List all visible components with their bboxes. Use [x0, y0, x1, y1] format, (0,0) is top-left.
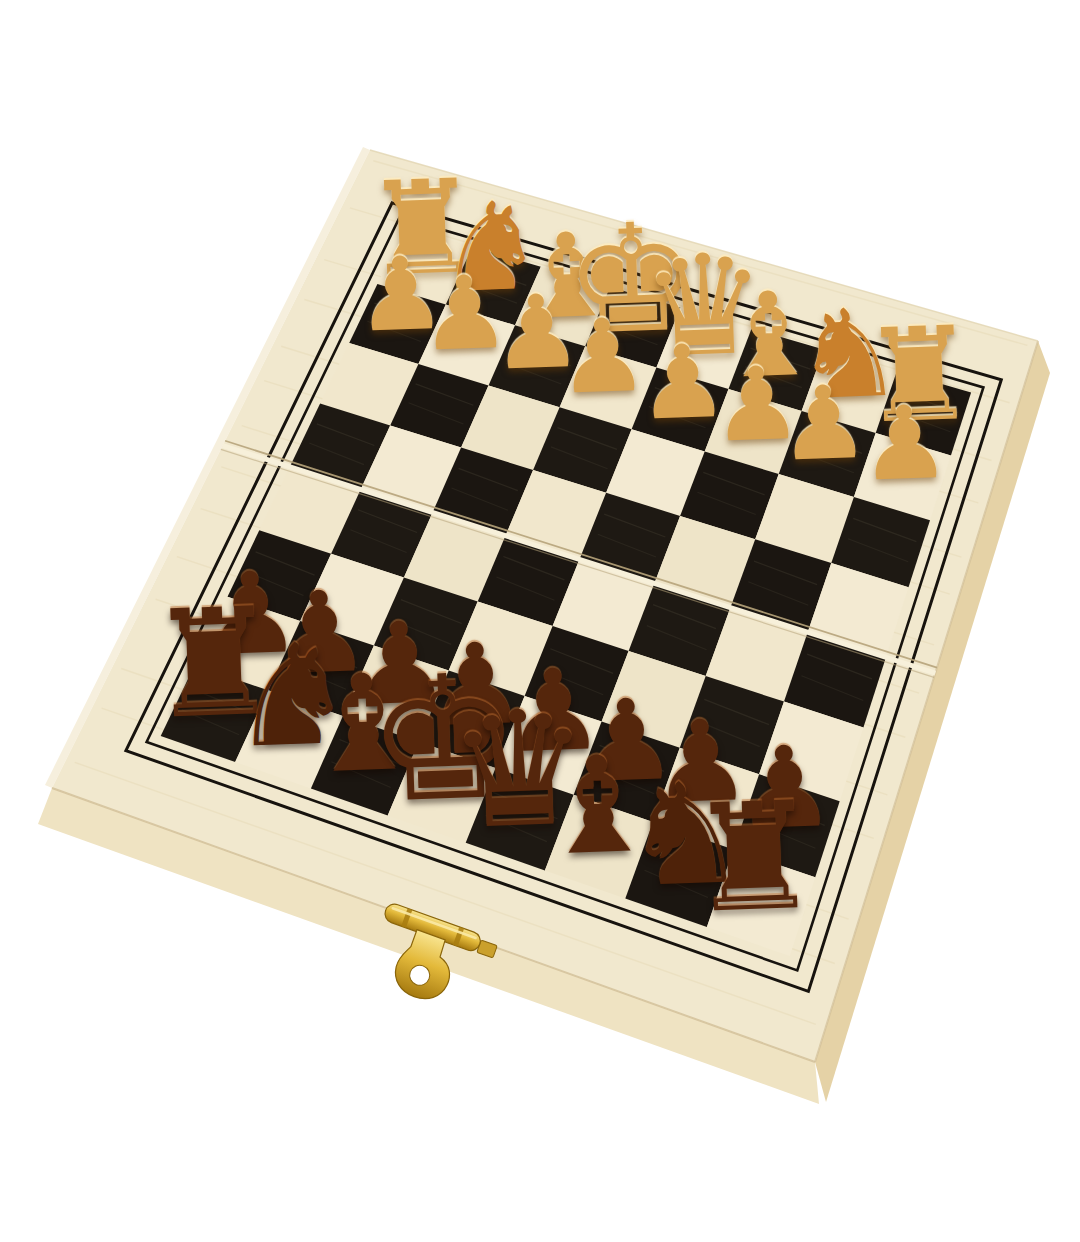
chess-set-product-photo: ♜♞♝♚♛♝♞♜♟♟♟♟♟♟♟♟♟♟♟♟♟♟♟♟♜♞♝♚♛♝♞♜	[0, 0, 1080, 1242]
black-rook-a8[interactable]: ♜	[685, 782, 823, 935]
pieces-layer: ♜♞♝♚♛♝♞♜♟♟♟♟♟♟♟♟♟♟♟♟♟♟♟♟♜♞♝♚♛♝♞♜	[0, 0, 1080, 1242]
white-pawn-a2[interactable]: ♟	[858, 392, 952, 496]
